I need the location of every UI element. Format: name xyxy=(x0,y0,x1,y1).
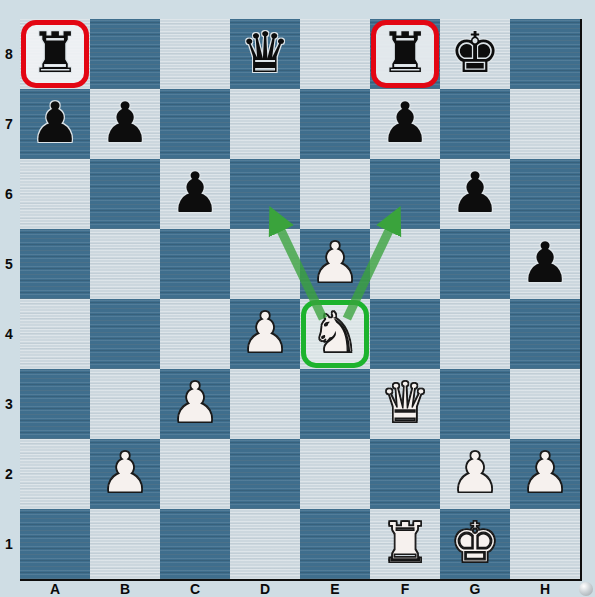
square-d2[interactable] xyxy=(230,439,300,509)
chess-diagram: ♜♛♜♚♟♟♟♟♟♟♟♟♞♟♛♟♟♟♜♚ 87654321 ABCDEFGH xyxy=(0,0,595,597)
piece-white-pawn[interactable]: ♟ xyxy=(440,439,510,509)
square-f4[interactable] xyxy=(370,299,440,369)
square-a5[interactable] xyxy=(20,229,90,299)
piece-black-pawn[interactable]: ♟ xyxy=(510,229,580,299)
square-d8[interactable]: ♛ xyxy=(230,19,300,89)
square-d7[interactable] xyxy=(230,89,300,159)
square-e3[interactable] xyxy=(300,369,370,439)
square-b5[interactable] xyxy=(90,229,160,299)
square-g6[interactable]: ♟ xyxy=(440,159,510,229)
square-e6[interactable] xyxy=(300,159,370,229)
file-label-h: H xyxy=(510,581,580,597)
square-b8[interactable] xyxy=(90,19,160,89)
piece-white-queen[interactable]: ♛ xyxy=(370,369,440,439)
piece-black-rook[interactable]: ♜ xyxy=(370,19,440,89)
square-b6[interactable] xyxy=(90,159,160,229)
square-c5[interactable] xyxy=(160,229,230,299)
piece-black-queen[interactable]: ♛ xyxy=(230,19,300,89)
rank-label-8: 8 xyxy=(0,19,18,89)
square-e1[interactable] xyxy=(300,509,370,579)
square-g4[interactable] xyxy=(440,299,510,369)
square-c8[interactable] xyxy=(160,19,230,89)
square-g8[interactable]: ♚ xyxy=(440,19,510,89)
piece-white-knight[interactable]: ♞ xyxy=(300,299,370,369)
piece-black-king[interactable]: ♚ xyxy=(440,19,510,89)
square-h5[interactable]: ♟ xyxy=(510,229,580,299)
square-a3[interactable] xyxy=(20,369,90,439)
piece-white-pawn[interactable]: ♟ xyxy=(90,439,160,509)
square-f3[interactable]: ♛ xyxy=(370,369,440,439)
square-b3[interactable] xyxy=(90,369,160,439)
square-d6[interactable] xyxy=(230,159,300,229)
square-g3[interactable] xyxy=(440,369,510,439)
square-b1[interactable] xyxy=(90,509,160,579)
square-a7[interactable]: ♟ xyxy=(20,89,90,159)
file-label-g: G xyxy=(440,581,510,597)
square-h7[interactable] xyxy=(510,89,580,159)
square-h6[interactable] xyxy=(510,159,580,229)
sphere-ornament xyxy=(579,582,593,596)
square-d3[interactable] xyxy=(230,369,300,439)
square-f5[interactable] xyxy=(370,229,440,299)
square-g1[interactable]: ♚ xyxy=(440,509,510,579)
square-e5[interactable]: ♟ xyxy=(300,229,370,299)
piece-white-king[interactable]: ♚ xyxy=(440,509,510,579)
rank-label-4: 4 xyxy=(0,299,18,369)
square-f2[interactable] xyxy=(370,439,440,509)
file-label-b: B xyxy=(90,581,160,597)
square-f8[interactable]: ♜ xyxy=(370,19,440,89)
square-h2[interactable]: ♟ xyxy=(510,439,580,509)
square-a2[interactable] xyxy=(20,439,90,509)
rank-label-3: 3 xyxy=(0,369,18,439)
piece-black-pawn[interactable]: ♟ xyxy=(90,89,160,159)
square-b4[interactable] xyxy=(90,299,160,369)
square-a6[interactable] xyxy=(20,159,90,229)
piece-white-pawn[interactable]: ♟ xyxy=(510,439,580,509)
file-label-c: C xyxy=(160,581,230,597)
piece-black-pawn[interactable]: ♟ xyxy=(160,159,230,229)
square-e2[interactable] xyxy=(300,439,370,509)
square-c4[interactable] xyxy=(160,299,230,369)
file-label-a: A xyxy=(20,581,90,597)
square-c2[interactable] xyxy=(160,439,230,509)
square-b2[interactable]: ♟ xyxy=(90,439,160,509)
rank-label-6: 6 xyxy=(0,159,18,229)
square-d5[interactable] xyxy=(230,229,300,299)
chess-board: ♜♛♜♚♟♟♟♟♟♟♟♟♞♟♛♟♟♟♜♚ xyxy=(20,19,582,581)
square-a8[interactable]: ♜ xyxy=(20,19,90,89)
square-c3[interactable]: ♟ xyxy=(160,369,230,439)
piece-white-pawn[interactable]: ♟ xyxy=(300,229,370,299)
file-label-f: F xyxy=(370,581,440,597)
square-c6[interactable]: ♟ xyxy=(160,159,230,229)
square-f7[interactable]: ♟ xyxy=(370,89,440,159)
piece-white-pawn[interactable]: ♟ xyxy=(160,369,230,439)
square-f6[interactable] xyxy=(370,159,440,229)
square-c7[interactable] xyxy=(160,89,230,159)
rank-label-1: 1 xyxy=(0,509,18,579)
square-e7[interactable] xyxy=(300,89,370,159)
piece-black-pawn[interactable]: ♟ xyxy=(20,89,90,159)
rank-label-5: 5 xyxy=(0,229,18,299)
square-h1[interactable] xyxy=(510,509,580,579)
square-d1[interactable] xyxy=(230,509,300,579)
square-e8[interactable] xyxy=(300,19,370,89)
square-e4[interactable]: ♞ xyxy=(300,299,370,369)
rank-label-2: 2 xyxy=(0,439,18,509)
file-label-e: E xyxy=(300,581,370,597)
piece-black-pawn[interactable]: ♟ xyxy=(370,89,440,159)
square-g7[interactable] xyxy=(440,89,510,159)
piece-black-rook[interactable]: ♜ xyxy=(20,19,90,89)
square-c1[interactable] xyxy=(160,509,230,579)
square-f1[interactable]: ♜ xyxy=(370,509,440,579)
piece-white-rook[interactable]: ♜ xyxy=(370,509,440,579)
file-label-d: D xyxy=(230,581,300,597)
square-h8[interactable] xyxy=(510,19,580,89)
piece-black-pawn[interactable]: ♟ xyxy=(440,159,510,229)
square-a1[interactable] xyxy=(20,509,90,579)
piece-white-pawn[interactable]: ♟ xyxy=(230,299,300,369)
square-g5[interactable] xyxy=(440,229,510,299)
square-a4[interactable] xyxy=(20,299,90,369)
square-g2[interactable]: ♟ xyxy=(440,439,510,509)
square-b7[interactable]: ♟ xyxy=(90,89,160,159)
square-d4[interactable]: ♟ xyxy=(230,299,300,369)
rank-label-7: 7 xyxy=(0,89,18,159)
square-h4[interactable] xyxy=(510,299,580,369)
square-h3[interactable] xyxy=(510,369,580,439)
